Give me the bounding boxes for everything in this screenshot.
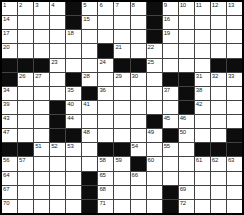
white-cell-r12c6[interactable] [82,157,97,170]
white-cell-r3c15[interactable] [227,30,242,43]
white-cell-r7c11[interactable]: 37 [163,87,178,100]
white-cell-r3c4[interactable] [50,30,65,43]
white-cell-r3c2[interactable] [18,30,33,43]
white-cell-r3c11[interactable]: 19 [163,30,178,43]
clue-number-7: 7 [115,2,118,9]
clue-number-20: 20 [3,44,9,51]
clue-number-56: 56 [3,157,9,164]
black-cell-r8c12 [179,101,194,114]
white-cell-r10c14[interactable] [211,129,226,142]
white-cell-r11c12[interactable] [179,143,194,156]
white-cell-r5c11[interactable] [163,59,178,72]
clue-number-34: 34 [3,87,9,94]
white-cell-r12c12[interactable] [179,157,194,170]
white-cell-r1c11[interactable]: 9 [163,2,178,15]
white-cell-r14c14[interactable] [211,186,226,199]
white-cell-r13c11[interactable] [163,172,178,185]
white-cell-r7c15[interactable] [227,87,242,100]
white-cell-r2c13[interactable] [195,16,210,29]
black-cell-r12c9 [131,157,146,170]
clue-number-4: 4 [51,2,54,9]
clue-number-42: 42 [196,101,202,108]
white-cell-r7c7[interactable]: 36 [98,87,113,100]
black-cell-r15c6 [82,200,97,213]
white-cell-r1c13[interactable]: 11 [195,2,210,15]
white-cell-r9c5[interactable]: 44 [66,115,81,128]
white-cell-r8c11[interactable] [163,101,178,114]
white-cell-r4c8[interactable]: 21 [114,44,129,57]
clue-number-2: 2 [19,2,22,9]
white-cell-r1c3[interactable]: 3 [34,2,49,15]
white-cell-r11c11[interactable]: 55 [163,143,178,156]
white-cell-r9c11[interactable]: 45 [163,115,178,128]
crossword-grid: 1234567891011121314151617181920212223242… [0,0,244,215]
clue-number-33: 33 [228,73,234,80]
white-cell-r4c1[interactable]: 20 [2,44,17,57]
white-cell-r8c14[interactable] [211,101,226,114]
white-cell-r4c9[interactable] [131,44,146,57]
white-cell-r4c15[interactable] [227,44,242,57]
clue-number-30: 30 [132,73,138,80]
white-cell-r8c10[interactable] [147,101,162,114]
white-cell-r6c10[interactable] [147,73,162,86]
white-cell-r13c12[interactable] [179,172,194,185]
black-cell-r9c10 [147,115,162,128]
white-cell-r13c13[interactable] [195,172,210,185]
clue-number-44: 44 [67,115,73,122]
black-cell-r6c5 [66,73,81,86]
white-cell-r9c13[interactable] [195,115,210,128]
white-cell-r8c8[interactable] [114,101,129,114]
clue-number-29: 29 [115,73,121,80]
clue-number-10: 10 [180,2,186,9]
white-cell-r15c14[interactable] [211,200,226,213]
black-cell-r8c4 [50,101,65,114]
white-cell-r9c15[interactable] [227,115,242,128]
white-cell-r9c6[interactable] [82,115,97,128]
white-cell-r7c5[interactable]: 35 [66,87,81,100]
white-cell-r8c15[interactable] [227,101,242,114]
black-cell-r2c10 [147,16,162,29]
clue-number-18: 18 [67,30,73,37]
white-cell-r3c8[interactable] [114,30,129,43]
white-cell-r12c13[interactable]: 61 [195,157,210,170]
white-cell-r1c9[interactable]: 8 [131,2,146,15]
white-cell-r13c1[interactable]: 64 [2,172,17,185]
white-cell-r1c12[interactable]: 10 [179,2,194,15]
clue-number-26: 26 [19,73,25,80]
black-cell-r11c8 [114,143,129,156]
white-cell-r10c12[interactable]: 50 [179,129,194,142]
white-cell-r12c14[interactable]: 62 [211,157,226,170]
clue-number-5: 5 [83,2,86,9]
white-cell-r13c7[interactable]: 65 [98,172,113,185]
white-cell-r3c6[interactable] [82,30,97,43]
white-cell-r3c12[interactable] [179,30,194,43]
white-cell-r3c5[interactable]: 18 [66,30,81,43]
white-cell-r15c7[interactable]: 71 [98,200,113,213]
white-cell-r6c14[interactable]: 32 [211,73,226,86]
white-cell-r6c15[interactable]: 33 [227,73,242,86]
black-cell-r13c6 [82,172,97,185]
clue-number-60: 60 [148,157,154,164]
clue-number-52: 52 [51,143,57,150]
white-cell-r11c9[interactable]: 54 [131,143,146,156]
white-cell-r12c3[interactable] [34,157,49,170]
white-cell-r6c3[interactable]: 27 [34,73,49,86]
white-cell-r15c5[interactable] [66,200,81,213]
white-cell-r4c10[interactable]: 22 [147,44,162,57]
white-cell-r15c2[interactable] [18,200,33,213]
white-cell-r8c7[interactable] [98,101,113,114]
white-cell-r4c12[interactable] [179,44,194,57]
white-cell-r10c6[interactable]: 48 [82,129,97,142]
clue-number-39: 39 [3,101,9,108]
white-cell-r5c4[interactable]: 23 [50,59,65,72]
white-cell-r13c3[interactable] [34,172,49,185]
black-cell-r11c14 [211,143,226,156]
white-cell-r1c8[interactable]: 7 [114,2,129,15]
white-cell-r8c13[interactable]: 42 [195,101,210,114]
white-cell-r3c14[interactable] [211,30,226,43]
white-cell-r5c10[interactable]: 25 [147,59,162,72]
white-cell-r10c10[interactable]: 49 [147,129,162,142]
white-cell-r8c9[interactable] [131,101,146,114]
clue-number-24: 24 [99,59,105,66]
white-cell-r11c3[interactable]: 51 [34,143,49,156]
white-cell-r9c14[interactable] [211,115,226,128]
white-cell-r2c6[interactable]: 15 [82,16,97,29]
clue-number-63: 63 [228,157,234,164]
white-cell-r13c2[interactable] [18,172,33,185]
white-cell-r7c13[interactable]: 38 [195,87,210,100]
white-cell-r13c8[interactable] [114,172,129,185]
clue-number-68: 68 [99,186,105,193]
clue-number-36: 36 [99,87,105,94]
white-cell-r7c8[interactable] [114,87,129,100]
white-cell-r9c1[interactable]: 43 [2,115,17,128]
clue-number-41: 41 [83,101,89,108]
white-cell-r11c5[interactable]: 53 [66,143,81,156]
clue-number-22: 22 [148,44,154,51]
black-cell-r11c1 [2,143,17,156]
clue-number-51: 51 [35,143,41,150]
white-cell-r4c2[interactable] [18,44,33,57]
white-cell-r12c15[interactable]: 63 [227,157,242,170]
clue-number-23: 23 [51,59,57,66]
white-cell-r8c1[interactable]: 39 [2,101,17,114]
black-cell-r11c13 [195,143,210,156]
white-cell-r3c13[interactable] [195,30,210,43]
white-cell-r14c8[interactable] [114,186,129,199]
black-cell-r14c11 [163,186,178,199]
clue-number-37: 37 [164,87,170,94]
black-cell-r5c15 [227,59,242,72]
clue-number-14: 14 [3,16,9,23]
white-cell-r6c7[interactable] [98,73,113,86]
black-cell-r5c1 [2,59,17,72]
crossword-page: 1234567891011121314151617181920212223242… [0,0,244,215]
white-cell-r14c12[interactable]: 69 [179,186,194,199]
black-cell-r10c5 [66,129,81,142]
white-cell-r15c10[interactable] [147,200,162,213]
white-cell-r12c4[interactable] [50,157,65,170]
white-cell-r13c15[interactable] [227,172,242,185]
white-cell-r3c7[interactable] [98,30,113,43]
clue-number-49: 49 [148,129,154,136]
white-cell-r14c1[interactable]: 67 [2,186,17,199]
white-cell-r9c7[interactable] [98,115,113,128]
clue-number-45: 45 [164,115,170,122]
black-cell-r10c15 [227,129,242,142]
white-cell-r15c15[interactable] [227,200,242,213]
white-cell-r1c14[interactable]: 12 [211,2,226,15]
white-cell-r3c1[interactable]: 17 [2,30,17,43]
white-cell-r13c4[interactable] [50,172,65,185]
black-cell-r6c11 [163,73,178,86]
black-cell-r14c6 [82,186,97,199]
clue-number-9: 9 [164,2,167,9]
clue-number-35: 35 [67,87,73,94]
white-cell-r5c13[interactable] [195,59,210,72]
white-cell-r7c9[interactable] [131,87,146,100]
white-cell-r14c10[interactable] [147,186,162,199]
black-cell-r4c7 [98,44,113,57]
clue-number-31: 31 [196,73,202,80]
white-cell-r12c2[interactable]: 57 [18,157,33,170]
clue-number-19: 19 [164,30,170,37]
white-cell-r7c14[interactable] [211,87,226,100]
white-cell-r10c8[interactable] [114,129,129,142]
white-cell-r6c4[interactable] [50,73,65,86]
clue-number-46: 46 [180,115,186,122]
white-cell-r15c4[interactable] [50,200,65,213]
white-cell-r12c1[interactable]: 56 [2,157,17,170]
white-cell-r7c2[interactable] [18,87,33,100]
clue-number-47: 47 [3,129,9,136]
white-cell-r7c1[interactable]: 34 [2,87,17,100]
white-cell-r15c9[interactable] [131,200,146,213]
white-cell-r2c9[interactable] [131,16,146,29]
white-cell-r6c13[interactable]: 31 [195,73,210,86]
white-cell-r2c15[interactable] [227,16,242,29]
clue-number-66: 66 [132,172,138,179]
clue-number-58: 58 [99,157,105,164]
clue-number-12: 12 [212,2,218,9]
clue-number-17: 17 [3,30,9,37]
white-cell-r4c14[interactable] [211,44,226,57]
white-cell-r5c6[interactable] [82,59,97,72]
clue-number-25: 25 [148,59,154,66]
clue-number-48: 48 [83,129,89,136]
white-cell-r4c13[interactable] [195,44,210,57]
white-cell-r13c9[interactable]: 66 [131,172,146,185]
clue-number-72: 72 [180,200,186,207]
white-cell-r2c8[interactable] [114,16,129,29]
white-cell-r4c6[interactable] [82,44,97,57]
white-cell-r15c8[interactable] [114,200,129,213]
black-cell-r11c15 [227,143,242,156]
white-cell-r15c3[interactable] [34,200,49,213]
white-cell-r6c6[interactable]: 28 [82,73,97,86]
white-cell-r6c8[interactable]: 29 [114,73,129,86]
white-cell-r15c1[interactable]: 70 [2,200,17,213]
black-cell-r10c4 [50,129,65,142]
white-cell-r5c5[interactable] [66,59,81,72]
white-cell-r2c11[interactable]: 16 [163,16,178,29]
black-cell-r1c5 [66,2,81,15]
white-cell-r2c12[interactable] [179,16,194,29]
white-cell-r4c5[interactable] [66,44,81,57]
white-cell-r14c5[interactable] [66,186,81,199]
clue-number-40: 40 [67,101,73,108]
white-cell-r2c3[interactable] [34,16,49,29]
white-cell-r1c15[interactable]: 13 [227,2,242,15]
white-cell-r1c6[interactable]: 5 [82,2,97,15]
clue-number-21: 21 [115,44,121,51]
clue-number-62: 62 [212,157,218,164]
white-cell-r4c4[interactable] [50,44,65,57]
white-cell-r1c2[interactable]: 2 [18,2,33,15]
white-cell-r9c8[interactable] [114,115,129,128]
white-cell-r15c13[interactable] [195,200,210,213]
white-cell-r9c3[interactable] [34,115,49,128]
white-cell-r14c3[interactable] [34,186,49,199]
clue-number-16: 16 [164,16,170,23]
white-cell-r14c13[interactable] [195,186,210,199]
white-cell-r10c3[interactable] [34,129,49,142]
white-cell-r12c8[interactable]: 59 [114,157,129,170]
clue-number-38: 38 [196,87,202,94]
white-cell-r12c7[interactable]: 58 [98,157,113,170]
white-cell-r8c5[interactable]: 40 [66,101,81,114]
white-cell-r4c11[interactable] [163,44,178,57]
black-cell-r5c8 [114,59,129,72]
black-cell-r10c11 [163,129,178,142]
white-cell-r9c9[interactable] [131,115,146,128]
black-cell-r6c12 [179,73,194,86]
white-cell-r6c9[interactable]: 30 [131,73,146,86]
white-cell-r6c2[interactable]: 26 [18,73,33,86]
black-cell-r5c2 [18,59,33,72]
white-cell-r7c10[interactable] [147,87,162,100]
white-cell-r10c7[interactable] [98,129,113,142]
white-cell-r2c2[interactable] [18,16,33,29]
black-cell-r11c7 [98,143,113,156]
clue-number-64: 64 [3,172,9,179]
white-cell-r1c4[interactable]: 4 [50,2,65,15]
black-cell-r9c4 [50,115,65,128]
white-cell-r3c9[interactable] [131,30,146,43]
white-cell-r2c7[interactable] [98,16,113,29]
white-cell-r7c3[interactable] [34,87,49,100]
black-cell-r5c9 [131,59,146,72]
black-cell-r6c1 [2,73,17,86]
clue-number-27: 27 [35,73,41,80]
white-cell-r8c6[interactable]: 41 [82,101,97,114]
black-cell-r7c12 [179,87,194,100]
white-cell-r11c6[interactable] [82,143,97,156]
clue-number-65: 65 [99,172,105,179]
clue-number-1: 1 [3,2,6,9]
black-cell-r5c3 [34,59,49,72]
black-cell-r15c11 [163,200,178,213]
white-cell-r8c3[interactable] [34,101,49,114]
clue-number-61: 61 [196,157,202,164]
clue-number-15: 15 [83,16,89,23]
white-cell-r14c4[interactable] [50,186,65,199]
black-cell-r11c2 [18,143,33,156]
clue-number-6: 6 [99,2,102,9]
black-cell-r5c14 [211,59,226,72]
white-cell-r4c3[interactable] [34,44,49,57]
clue-number-13: 13 [228,2,234,9]
clue-number-32: 32 [212,73,218,80]
clue-number-57: 57 [19,157,25,164]
black-cell-r3c10 [147,30,162,43]
white-cell-r3c3[interactable] [34,30,49,43]
white-cell-r10c1[interactable]: 47 [2,129,17,142]
white-cell-r12c11[interactable] [163,157,178,170]
white-cell-r5c12[interactable] [179,59,194,72]
clue-number-3: 3 [35,2,38,9]
clue-number-50: 50 [180,129,186,136]
white-cell-r1c1[interactable]: 1 [2,2,17,15]
clue-number-69: 69 [180,186,186,193]
white-cell-r1c7[interactable]: 6 [98,2,113,15]
clue-number-53: 53 [67,143,73,150]
white-cell-r10c13[interactable] [195,129,210,142]
white-cell-r7c4[interactable] [50,87,65,100]
clue-number-11: 11 [196,2,202,9]
black-cell-r7c6 [82,87,97,100]
white-cell-r9c2[interactable] [18,115,33,128]
clue-number-28: 28 [83,73,89,80]
white-cell-r9c12[interactable]: 46 [179,115,194,128]
white-cell-r2c1[interactable]: 14 [2,16,17,29]
white-cell-r11c4[interactable]: 52 [50,143,65,156]
white-cell-r11c10[interactable] [147,143,162,156]
black-cell-r1c10 [147,2,162,15]
white-cell-r13c10[interactable] [147,172,162,185]
white-cell-r8c2[interactable] [18,101,33,114]
white-cell-r14c7[interactable]: 68 [98,186,113,199]
white-cell-r14c15[interactable] [227,186,242,199]
white-cell-r10c9[interactable] [131,129,146,142]
clue-number-8: 8 [132,2,135,9]
white-cell-r14c2[interactable] [18,186,33,199]
white-cell-r5c7[interactable]: 24 [98,59,113,72]
white-cell-r2c4[interactable] [50,16,65,29]
clue-number-43: 43 [3,115,9,122]
white-cell-r14c9[interactable] [131,186,146,199]
clue-number-67: 67 [3,186,9,193]
clue-number-54: 54 [132,143,138,150]
white-cell-r12c10[interactable]: 60 [147,157,162,170]
clue-number-70: 70 [3,200,9,207]
clue-number-59: 59 [115,157,121,164]
white-cell-r15c12[interactable]: 72 [179,200,194,213]
white-cell-r12c5[interactable] [66,157,81,170]
white-cell-r13c5[interactable] [66,172,81,185]
white-cell-r10c2[interactable] [18,129,33,142]
clue-number-71: 71 [99,200,105,207]
black-cell-r2c5 [66,16,81,29]
white-cell-r2c14[interactable] [211,16,226,29]
white-cell-r13c14[interactable] [211,172,226,185]
clue-number-55: 55 [164,143,170,150]
